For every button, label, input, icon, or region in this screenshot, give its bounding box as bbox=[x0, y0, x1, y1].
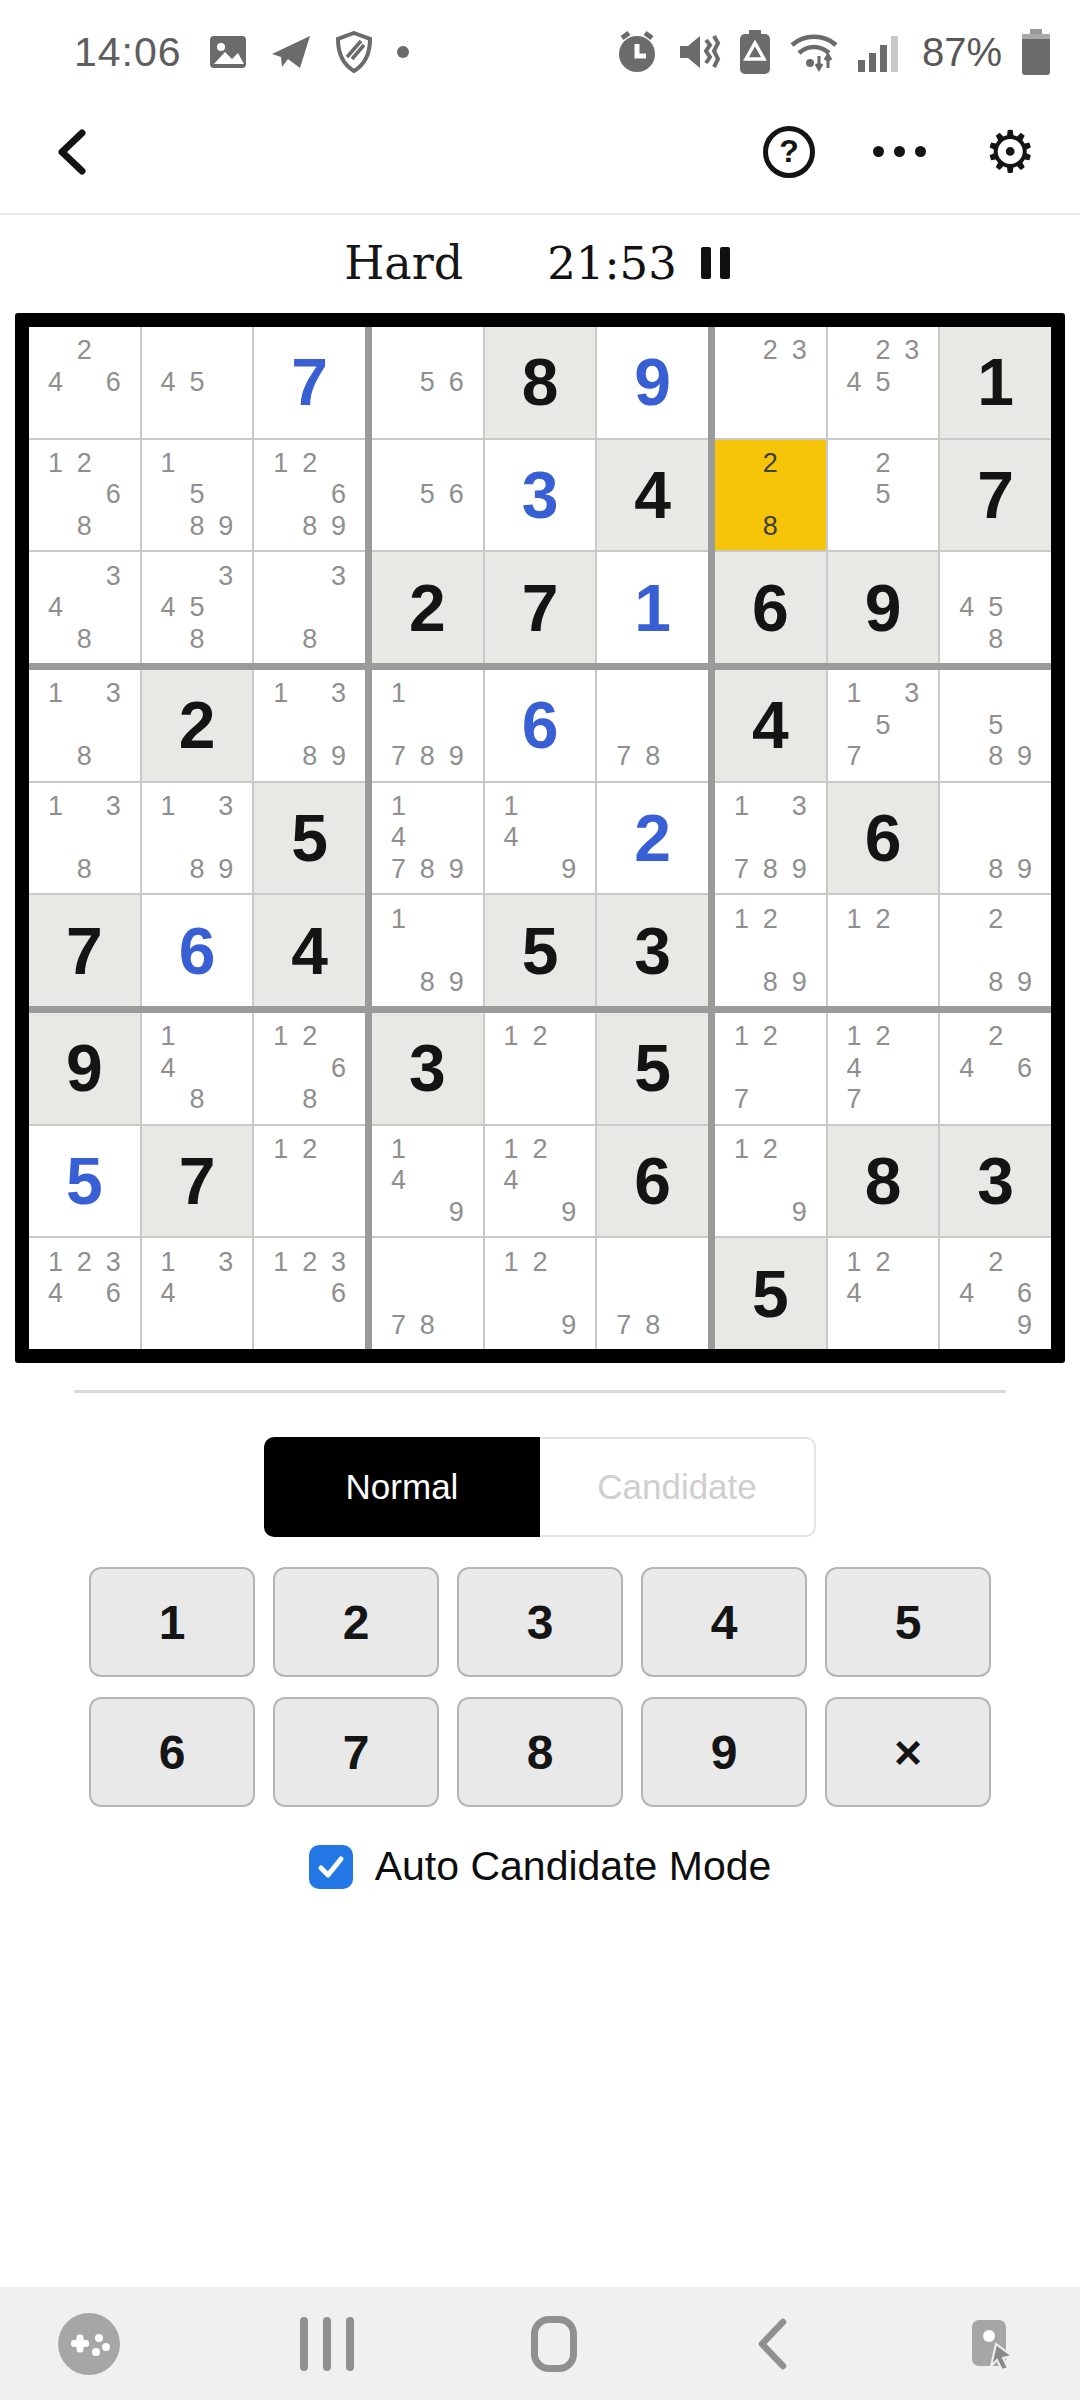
cell-r1c1[interactable]: 246 bbox=[29, 327, 140, 438]
candidate-digit: 5 bbox=[988, 594, 1003, 621]
candidate-digit: 3 bbox=[218, 1249, 233, 1276]
candidate-mode-button[interactable]: Candidate bbox=[540, 1437, 816, 1537]
candidate-digit: 3 bbox=[106, 563, 121, 590]
key-6[interactable]: 6 bbox=[89, 1697, 255, 1807]
candidate-digit: 4 bbox=[959, 1055, 974, 1082]
candidate-digit: 9 bbox=[1017, 969, 1032, 996]
sudoku-board: 2464571268158912689348345838568956342712… bbox=[15, 313, 1065, 1363]
key-row-1: 12345 bbox=[89, 1567, 991, 1677]
given-digit: 2 bbox=[142, 670, 253, 781]
auto-candidate-row: Auto Candidate Mode bbox=[0, 1843, 1080, 1890]
game-launcher-icon[interactable] bbox=[56, 2311, 122, 2377]
cell-r3c9[interactable]: 458 bbox=[940, 552, 1051, 663]
cell-r1c4[interactable]: 56 bbox=[372, 327, 483, 438]
candidate-digit: 8 bbox=[189, 513, 204, 540]
cell-r7c3[interactable]: 1268 bbox=[254, 1013, 365, 1124]
candidate-digit: 1 bbox=[734, 906, 749, 933]
cell-r1c9[interactable]: 1 bbox=[940, 327, 1051, 438]
candidate-digit: 8 bbox=[645, 743, 660, 770]
status-bar: 14:06 87% bbox=[0, 0, 1080, 90]
check-icon bbox=[316, 1852, 346, 1882]
candidate-digit: 1 bbox=[734, 1136, 749, 1163]
key-7[interactable]: 7 bbox=[273, 1697, 439, 1807]
mute-vibrate-icon bbox=[676, 30, 722, 74]
candidate-digit: 3 bbox=[904, 680, 919, 707]
key-delete[interactable]: × bbox=[825, 1697, 991, 1807]
key-4[interactable]: 4 bbox=[641, 1567, 807, 1677]
given-digit: 8 bbox=[828, 1126, 939, 1237]
telegram-icon bbox=[270, 32, 312, 72]
cell-r6c1[interactable]: 7 bbox=[29, 895, 140, 1006]
given-digit: 5 bbox=[254, 783, 365, 894]
entered-digit: 2 bbox=[597, 783, 708, 894]
pause-button[interactable] bbox=[695, 241, 736, 285]
key-9[interactable]: 9 bbox=[641, 1697, 807, 1807]
box-1: 2464571268158912689348345838 bbox=[29, 327, 365, 663]
candidate-digit: 9 bbox=[218, 856, 233, 883]
cell-r5c9[interactable]: 89 bbox=[940, 783, 1051, 894]
candidate-digit: 4 bbox=[161, 594, 176, 621]
cell-r8c9[interactable]: 3 bbox=[940, 1126, 1051, 1237]
candidate-digit: 3 bbox=[792, 793, 807, 820]
candidate-digit: 8 bbox=[763, 513, 778, 540]
candidate-digit: 5 bbox=[189, 481, 204, 508]
candidate-digit: 6 bbox=[106, 1280, 121, 1307]
cell-r5c1[interactable]: 138 bbox=[29, 783, 140, 894]
candidate-digit: 2 bbox=[763, 1136, 778, 1163]
normal-mode-button[interactable]: Normal bbox=[264, 1437, 540, 1537]
candidate-digit: 2 bbox=[875, 337, 890, 364]
cell-r2c4[interactable]: 56 bbox=[372, 440, 483, 551]
candidate-digit: 7 bbox=[391, 743, 406, 770]
cell-r3c1[interactable]: 348 bbox=[29, 552, 140, 663]
entered-digit: 5 bbox=[29, 1126, 140, 1237]
cell-r8c3[interactable]: 12 bbox=[254, 1126, 365, 1237]
candidate-digit: 1 bbox=[391, 793, 406, 820]
candidate-digit: 2 bbox=[302, 1023, 317, 1050]
candidate-digit: 8 bbox=[77, 626, 92, 653]
cell-r6c5[interactable]: 5 bbox=[485, 895, 596, 1006]
candidate-digit: 4 bbox=[504, 824, 519, 851]
cell-r4c6[interactable]: 78 bbox=[597, 670, 708, 781]
cell-r3c7[interactable]: 6 bbox=[715, 552, 826, 663]
cell-r9c8[interactable]: 124 bbox=[828, 1238, 939, 1349]
palm-shield-icon bbox=[334, 31, 374, 73]
candidate-digit: 1 bbox=[48, 450, 63, 477]
given-digit: 8 bbox=[485, 327, 596, 438]
candidate-digit: 1 bbox=[847, 1249, 862, 1276]
candidate-digit: 4 bbox=[161, 1280, 176, 1307]
candidate-digit: 2 bbox=[532, 1136, 547, 1163]
entered-digit: 6 bbox=[142, 895, 253, 1006]
cell-r3c4[interactable]: 2 bbox=[372, 552, 483, 663]
candidate-digit: 7 bbox=[391, 856, 406, 883]
candidate-digit: 6 bbox=[331, 1055, 346, 1082]
palm-touch-icon[interactable] bbox=[966, 2316, 1018, 2372]
help-icon[interactable]: ? bbox=[763, 126, 815, 178]
candidate-digit: 1 bbox=[161, 1249, 176, 1276]
box-4: 1382138913813895764 bbox=[29, 670, 365, 1006]
candidate-digit: 6 bbox=[106, 369, 121, 396]
candidate-digit: 2 bbox=[77, 1249, 92, 1276]
cell-r3c5[interactable]: 7 bbox=[485, 552, 596, 663]
candidate-digit: 5 bbox=[875, 712, 890, 739]
candidate-digit: 9 bbox=[561, 856, 576, 883]
candidate-digit: 1 bbox=[273, 1249, 288, 1276]
candidate-digit: 1 bbox=[504, 1249, 519, 1276]
candidate-digit: 9 bbox=[331, 743, 346, 770]
timer: 21:53 bbox=[547, 237, 677, 290]
candidate-digit: 1 bbox=[273, 1023, 288, 1050]
candidate-digit: 2 bbox=[875, 1023, 890, 1050]
cell-r8c5[interactable]: 1249 bbox=[485, 1126, 596, 1237]
home-icon[interactable] bbox=[531, 2316, 577, 2372]
cell-r7c8[interactable]: 1247 bbox=[828, 1013, 939, 1124]
candidate-digit: 7 bbox=[847, 1086, 862, 1113]
candidate-digit: 2 bbox=[875, 906, 890, 933]
cell-r6c6[interactable]: 3 bbox=[597, 895, 708, 1006]
candidate-digit: 1 bbox=[273, 680, 288, 707]
cell-r3c8[interactable]: 9 bbox=[828, 552, 939, 663]
divider bbox=[74, 1390, 1006, 1393]
given-digit: 3 bbox=[372, 1013, 483, 1124]
candidate-digit: 4 bbox=[847, 1280, 862, 1307]
given-digit: 3 bbox=[597, 895, 708, 1006]
candidate-digit: 9 bbox=[1017, 856, 1032, 883]
box-7: 914812685712123461341236 bbox=[29, 1013, 365, 1349]
candidate-digit: 5 bbox=[420, 369, 435, 396]
cell-r9c2[interactable]: 134 bbox=[142, 1238, 253, 1349]
candidate-digit: 3 bbox=[106, 793, 121, 820]
cell-r3c3[interactable]: 38 bbox=[254, 552, 365, 663]
cell-r6c8[interactable]: 12 bbox=[828, 895, 939, 1006]
candidate-digit: 1 bbox=[847, 1023, 862, 1050]
key-5[interactable]: 5 bbox=[825, 1567, 991, 1677]
box-2: 56895634271 bbox=[372, 327, 708, 663]
candidate-digit: 4 bbox=[161, 369, 176, 396]
candidate-digit: 4 bbox=[391, 824, 406, 851]
box-9: 12712472461298351242469 bbox=[715, 1013, 1051, 1349]
cell-r4c1[interactable]: 138 bbox=[29, 670, 140, 781]
notification-dot bbox=[396, 45, 410, 59]
candidate-digit: 2 bbox=[988, 906, 1003, 933]
candidate-digit: 8 bbox=[77, 513, 92, 540]
candidate-digit: 9 bbox=[1017, 743, 1032, 770]
cell-r7c9[interactable]: 246 bbox=[940, 1013, 1051, 1124]
given-digit: 4 bbox=[254, 895, 365, 1006]
cell-r4c7[interactable]: 4 bbox=[715, 670, 826, 781]
candidate-digit: 8 bbox=[302, 626, 317, 653]
candidate-digit: 8 bbox=[420, 1312, 435, 1339]
candidate-digit: 5 bbox=[420, 481, 435, 508]
candidate-digit: 8 bbox=[763, 969, 778, 996]
candidate-digit: 9 bbox=[792, 856, 807, 883]
battery-saver-icon bbox=[738, 30, 772, 74]
cell-r4c9[interactable]: 589 bbox=[940, 670, 1051, 781]
candidate-digit: 9 bbox=[792, 969, 807, 996]
candidate-digit: 8 bbox=[302, 743, 317, 770]
cell-r9c9[interactable]: 2469 bbox=[940, 1238, 1051, 1349]
cell-r8c6[interactable]: 6 bbox=[597, 1126, 708, 1237]
candidate-digit: 4 bbox=[959, 594, 974, 621]
cell-r6c7[interactable]: 1289 bbox=[715, 895, 826, 1006]
cell-r7c5[interactable]: 12 bbox=[485, 1013, 596, 1124]
candidate-digit: 4 bbox=[391, 1167, 406, 1194]
cell-r6c4[interactable]: 189 bbox=[372, 895, 483, 1006]
candidate-digit: 2 bbox=[532, 1023, 547, 1050]
cell-r6c9[interactable]: 289 bbox=[940, 895, 1051, 1006]
candidate-digit: 4 bbox=[48, 594, 63, 621]
given-digit: 1 bbox=[940, 327, 1051, 438]
candidate-digit: 1 bbox=[273, 1136, 288, 1163]
candidate-digit: 2 bbox=[302, 450, 317, 477]
candidate-digit: 9 bbox=[449, 969, 464, 996]
candidate-digit: 4 bbox=[48, 369, 63, 396]
cell-r9c6[interactable]: 78 bbox=[597, 1238, 708, 1349]
given-digit: 9 bbox=[29, 1013, 140, 1124]
candidate-digit: 4 bbox=[504, 1167, 519, 1194]
candidate-digit: 6 bbox=[1017, 1280, 1032, 1307]
candidate-digit: 2 bbox=[763, 906, 778, 933]
candidate-digit: 3 bbox=[218, 793, 233, 820]
cell-r8c2[interactable]: 7 bbox=[142, 1126, 253, 1237]
candidate-digit: 9 bbox=[561, 1199, 576, 1226]
candidate-digit: 9 bbox=[1017, 1312, 1032, 1339]
cell-r2c3[interactable]: 12689 bbox=[254, 440, 365, 551]
candidate-digit: 4 bbox=[847, 1055, 862, 1082]
given-digit: 3 bbox=[940, 1126, 1051, 1237]
battery-icon bbox=[1020, 29, 1052, 75]
cell-r8c8[interactable]: 8 bbox=[828, 1126, 939, 1237]
given-digit: 7 bbox=[142, 1126, 253, 1237]
candidate-digit: 1 bbox=[161, 450, 176, 477]
cell-r5c6[interactable]: 2 bbox=[597, 783, 708, 894]
cell-r5c2[interactable]: 1389 bbox=[142, 783, 253, 894]
given-digit: 5 bbox=[485, 895, 596, 1006]
candidate-digit: 7 bbox=[847, 743, 862, 770]
cell-r2c5[interactable]: 3 bbox=[485, 440, 596, 551]
key-2[interactable]: 2 bbox=[273, 1567, 439, 1677]
candidate-digit: 1 bbox=[161, 1023, 176, 1050]
cell-r5c4[interactable]: 14789 bbox=[372, 783, 483, 894]
signal-icon bbox=[856, 30, 900, 74]
candidate-digit: 1 bbox=[504, 793, 519, 820]
candidate-digit: 7 bbox=[734, 1086, 749, 1113]
cell-r1c7[interactable]: 23 bbox=[715, 327, 826, 438]
cell-r1c6[interactable]: 9 bbox=[597, 327, 708, 438]
candidate-digit: 3 bbox=[792, 337, 807, 364]
nav-back-icon[interactable] bbox=[755, 2318, 789, 2370]
candidate-digit: 2 bbox=[763, 1023, 778, 1050]
cell-r5c8[interactable]: 6 bbox=[828, 783, 939, 894]
cell-r8c4[interactable]: 149 bbox=[372, 1126, 483, 1237]
given-digit: 7 bbox=[29, 895, 140, 1006]
cell-r8c1[interactable]: 5 bbox=[29, 1126, 140, 1237]
key-1[interactable]: 1 bbox=[89, 1567, 255, 1677]
cell-r7c6[interactable]: 5 bbox=[597, 1013, 708, 1124]
candidate-digit: 8 bbox=[988, 743, 1003, 770]
candidate-digit: 1 bbox=[847, 680, 862, 707]
candidate-digit: 8 bbox=[189, 856, 204, 883]
cell-r6c2[interactable]: 6 bbox=[142, 895, 253, 1006]
app-header: ? ⚙ bbox=[0, 90, 1080, 215]
key-3[interactable]: 3 bbox=[457, 1567, 623, 1677]
cell-r4c5[interactable]: 6 bbox=[485, 670, 596, 781]
candidate-digit: 1 bbox=[734, 1023, 749, 1050]
back-icon[interactable] bbox=[52, 129, 92, 175]
keypad: 123456789× bbox=[0, 1567, 1080, 1807]
cell-r9c7[interactable]: 5 bbox=[715, 1238, 826, 1349]
candidate-digit: 1 bbox=[504, 1023, 519, 1050]
candidate-digit: 9 bbox=[331, 513, 346, 540]
cell-r4c8[interactable]: 1357 bbox=[828, 670, 939, 781]
candidate-digit: 2 bbox=[988, 1023, 1003, 1050]
auto-candidate-label: Auto Candidate Mode bbox=[375, 1843, 772, 1890]
box-3: 23234512825769458 bbox=[715, 327, 1051, 663]
candidate-digit: 2 bbox=[875, 1249, 890, 1276]
candidate-digit: 5 bbox=[988, 712, 1003, 739]
given-digit: 4 bbox=[597, 440, 708, 551]
candidate-digit: 8 bbox=[763, 856, 778, 883]
candidate-digit: 8 bbox=[302, 513, 317, 540]
candidate-digit: 8 bbox=[189, 1086, 204, 1113]
entered-digit: 1 bbox=[597, 552, 708, 663]
candidate-digit: 1 bbox=[847, 906, 862, 933]
cell-r2c8[interactable]: 25 bbox=[828, 440, 939, 551]
candidate-digit: 6 bbox=[449, 369, 464, 396]
gallery-icon bbox=[208, 32, 248, 72]
candidate-digit: 8 bbox=[77, 743, 92, 770]
cell-r6c3[interactable]: 4 bbox=[254, 895, 365, 1006]
key-row-2: 6789× bbox=[89, 1697, 991, 1807]
candidate-digit: 1 bbox=[161, 793, 176, 820]
cell-r2c1[interactable]: 1268 bbox=[29, 440, 140, 551]
overflow-menu-icon[interactable] bbox=[873, 146, 926, 157]
cell-r4c2[interactable]: 2 bbox=[142, 670, 253, 781]
cell-r4c3[interactable]: 1389 bbox=[254, 670, 365, 781]
given-digit: 7 bbox=[940, 440, 1051, 551]
cell-r1c3[interactable]: 7 bbox=[254, 327, 365, 438]
cell-r3c6[interactable]: 1 bbox=[597, 552, 708, 663]
candidate-digit: 8 bbox=[645, 1312, 660, 1339]
settings-gear-icon[interactable]: ⚙ bbox=[984, 123, 1036, 181]
candidate-digit: 1 bbox=[391, 680, 406, 707]
candidate-digit: 1 bbox=[504, 1136, 519, 1163]
candidate-digit: 2 bbox=[763, 337, 778, 364]
cell-r2c7[interactable]: 28 bbox=[715, 440, 826, 551]
mode-toggle: Normal Candidate bbox=[0, 1437, 1080, 1537]
cell-r7c2[interactable]: 148 bbox=[142, 1013, 253, 1124]
candidate-digit: 3 bbox=[218, 563, 233, 590]
recents-icon[interactable] bbox=[300, 2317, 354, 2371]
candidate-digit: 2 bbox=[302, 1249, 317, 1276]
cell-r3c2[interactable]: 3458 bbox=[142, 552, 253, 663]
candidate-digit: 4 bbox=[161, 1055, 176, 1082]
cell-r9c3[interactable]: 1236 bbox=[254, 1238, 365, 1349]
candidate-digit: 9 bbox=[449, 743, 464, 770]
box-5: 178967814789149218953 bbox=[372, 670, 708, 1006]
candidate-digit: 8 bbox=[420, 856, 435, 883]
given-digit: 6 bbox=[597, 1126, 708, 1237]
candidate-digit: 4 bbox=[959, 1280, 974, 1307]
candidate-digit: 5 bbox=[189, 369, 204, 396]
candidate-digit: 5 bbox=[189, 594, 204, 621]
cell-r9c4[interactable]: 78 bbox=[372, 1238, 483, 1349]
cell-r1c8[interactable]: 2345 bbox=[828, 327, 939, 438]
given-digit: 5 bbox=[715, 1238, 826, 1349]
candidate-digit: 1 bbox=[734, 793, 749, 820]
candidate-digit: 8 bbox=[77, 856, 92, 883]
wifi-icon bbox=[788, 30, 840, 74]
given-digit: 5 bbox=[597, 1013, 708, 1124]
candidate-digit: 3 bbox=[331, 563, 346, 590]
cell-r8c7[interactable]: 129 bbox=[715, 1126, 826, 1237]
battery-percent: 87% bbox=[922, 30, 1002, 75]
difficulty-label: Hard bbox=[344, 236, 463, 290]
cell-r9c5[interactable]: 129 bbox=[485, 1238, 596, 1349]
candidate-digit: 6 bbox=[331, 1280, 346, 1307]
candidate-digit: 6 bbox=[106, 481, 121, 508]
given-digit: 6 bbox=[828, 783, 939, 894]
candidate-digit: 9 bbox=[561, 1312, 576, 1339]
cell-r9c1[interactable]: 12346 bbox=[29, 1238, 140, 1349]
candidate-digit: 9 bbox=[218, 513, 233, 540]
candidate-digit: 5 bbox=[875, 481, 890, 508]
candidate-digit: 7 bbox=[391, 1312, 406, 1339]
auto-candidate-checkbox[interactable] bbox=[309, 1845, 353, 1889]
given-digit: 6 bbox=[715, 552, 826, 663]
candidate-digit: 2 bbox=[988, 1249, 1003, 1276]
candidate-digit: 3 bbox=[106, 1249, 121, 1276]
key-8[interactable]: 8 bbox=[457, 1697, 623, 1807]
cell-r4c4[interactable]: 1789 bbox=[372, 670, 483, 781]
candidate-digit: 2 bbox=[763, 450, 778, 477]
cell-r1c2[interactable]: 45 bbox=[142, 327, 253, 438]
given-digit: 4 bbox=[715, 670, 826, 781]
cell-r2c6[interactable]: 4 bbox=[597, 440, 708, 551]
candidate-digit: 1 bbox=[48, 1249, 63, 1276]
entered-digit: 9 bbox=[597, 327, 708, 438]
entered-digit: 3 bbox=[485, 440, 596, 551]
cell-r2c9[interactable]: 7 bbox=[940, 440, 1051, 551]
cell-r1c5[interactable]: 8 bbox=[485, 327, 596, 438]
candidate-digit: 9 bbox=[449, 856, 464, 883]
title-row: Hard 21:53 bbox=[0, 215, 1080, 311]
cell-r7c1[interactable]: 9 bbox=[29, 1013, 140, 1124]
candidate-digit: 1 bbox=[48, 680, 63, 707]
candidate-digit: 8 bbox=[302, 1086, 317, 1113]
alarm-icon bbox=[614, 30, 660, 74]
cell-r7c7[interactable]: 127 bbox=[715, 1013, 826, 1124]
candidate-digit: 6 bbox=[1017, 1055, 1032, 1082]
candidate-digit: 4 bbox=[48, 1280, 63, 1307]
candidate-digit: 8 bbox=[988, 626, 1003, 653]
candidate-digit: 7 bbox=[734, 856, 749, 883]
candidate-digit: 3 bbox=[331, 680, 346, 707]
cell-r5c5[interactable]: 149 bbox=[485, 783, 596, 894]
cell-r5c3[interactable]: 5 bbox=[254, 783, 365, 894]
cell-r2c2[interactable]: 1589 bbox=[142, 440, 253, 551]
candidate-digit: 8 bbox=[420, 969, 435, 996]
candidate-digit: 1 bbox=[391, 906, 406, 933]
android-nav-bar bbox=[0, 2287, 1080, 2400]
clock: 14:06 bbox=[74, 29, 182, 76]
given-digit: 7 bbox=[485, 552, 596, 663]
cell-r5c7[interactable]: 13789 bbox=[715, 783, 826, 894]
candidate-digit: 2 bbox=[532, 1249, 547, 1276]
candidate-digit: 8 bbox=[189, 626, 204, 653]
cell-r7c4[interactable]: 3 bbox=[372, 1013, 483, 1124]
